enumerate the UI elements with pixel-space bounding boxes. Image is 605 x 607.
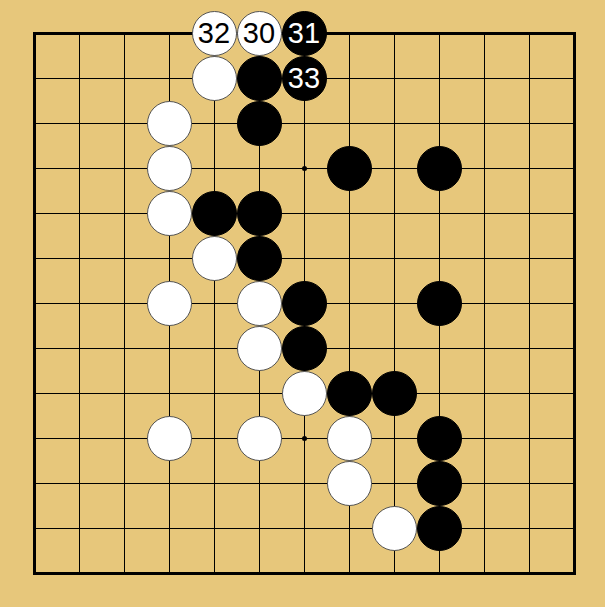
black-stone (327, 146, 372, 191)
star-point (302, 436, 307, 441)
black-stone (237, 191, 282, 236)
black-stone: 31 (282, 11, 327, 56)
go-diagram: 32303133 (0, 0, 605, 607)
move-number-label: 32 (198, 19, 230, 48)
black-stone (327, 371, 372, 416)
grid-line-horizontal (33, 572, 576, 575)
white-stone (192, 56, 237, 101)
black-stone (372, 371, 417, 416)
white-stone (192, 236, 237, 281)
white-stone (237, 326, 282, 371)
move-number-label: 31 (288, 19, 320, 48)
white-stone (147, 146, 192, 191)
black-stone (417, 416, 462, 461)
white-stone (372, 506, 417, 551)
black-stone (417, 461, 462, 506)
grid-line-vertical (484, 32, 485, 575)
black-stone (282, 326, 327, 371)
black-stone (417, 281, 462, 326)
black-stone (237, 56, 282, 101)
white-stone (237, 281, 282, 326)
white-stone (327, 461, 372, 506)
black-stone (237, 101, 282, 146)
black-stone: 33 (282, 56, 327, 101)
white-stone: 32 (192, 11, 237, 56)
black-stone (192, 191, 237, 236)
black-stone (417, 146, 462, 191)
white-stone (147, 101, 192, 146)
grid-line-horizontal (33, 528, 576, 529)
move-number-label: 33 (288, 64, 320, 93)
white-stone (282, 371, 327, 416)
grid-line-vertical (529, 32, 530, 575)
move-number-label: 30 (243, 19, 275, 48)
white-stone (147, 191, 192, 236)
black-stone (282, 281, 327, 326)
black-stone (417, 506, 462, 551)
grid-line-horizontal (33, 483, 576, 484)
grid-line-vertical (573, 32, 576, 575)
white-stone (327, 416, 372, 461)
star-point (302, 166, 307, 171)
white-stone (147, 281, 192, 326)
white-stone (147, 416, 192, 461)
black-stone (237, 236, 282, 281)
white-stone (237, 416, 282, 461)
white-stone: 30 (237, 11, 282, 56)
grid-line-vertical (394, 32, 395, 575)
